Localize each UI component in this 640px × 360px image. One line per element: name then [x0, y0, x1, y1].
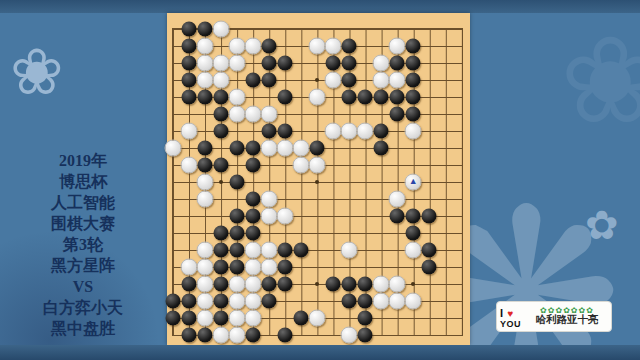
black-stone — [181, 276, 196, 291]
black-stone — [181, 293, 196, 308]
black-stone — [342, 276, 357, 291]
black-stone — [245, 140, 260, 155]
white-stone — [196, 258, 213, 275]
black-stone — [213, 157, 228, 172]
black-stone — [390, 106, 405, 121]
caption-line-2: 博思杯 — [0, 171, 166, 192]
white-stone — [164, 139, 181, 156]
star-point — [315, 78, 319, 82]
black-stone — [181, 89, 196, 104]
caption-line-3: 人工智能 — [0, 192, 166, 213]
black-stone — [261, 123, 276, 138]
black-stone — [197, 89, 212, 104]
white-stone — [196, 54, 213, 71]
black-stone — [406, 89, 421, 104]
black-stone — [277, 242, 292, 257]
star-point — [315, 282, 319, 286]
white-stone — [212, 326, 229, 343]
black-stone — [358, 293, 373, 308]
black-stone — [358, 276, 373, 291]
black-stone — [197, 157, 212, 172]
top-band — [0, 0, 640, 13]
black-stone — [406, 208, 421, 223]
white-stone — [212, 71, 229, 88]
white-stone — [228, 88, 245, 105]
black-stone — [213, 123, 228, 138]
black-stone — [229, 259, 244, 274]
channel-logo: I ♥ YOU ✿✿✿✿✿✿✿ 哈利路亚十亮 — [496, 301, 612, 332]
white-stone — [196, 173, 213, 190]
black-stone — [261, 55, 276, 70]
black-stone — [406, 38, 421, 53]
go-board: ▲ — [167, 13, 470, 345]
black-stone — [213, 259, 228, 274]
logo-i-love-you: I ♥ YOU — [500, 304, 526, 329]
white-stone — [228, 309, 245, 326]
video-frame: ❀ ❀ ❋ ✿ 2019年博思杯人工智能围棋大赛第3轮黑方星阵VS白方弈小天黑中… — [0, 0, 640, 360]
white-stone — [212, 20, 229, 37]
black-stone — [326, 276, 341, 291]
white-stone — [260, 207, 277, 224]
black-stone — [277, 327, 292, 342]
logo-i-text: I — [500, 307, 503, 319]
white-stone — [196, 292, 213, 309]
white-stone — [389, 190, 406, 207]
white-stone — [228, 105, 245, 122]
black-stone — [261, 276, 276, 291]
black-stone — [197, 140, 212, 155]
event-caption: 2019年博思杯人工智能围棋大赛第3轮黑方星阵VS白方弈小天黑中盘胜 — [0, 150, 166, 339]
black-stone — [342, 55, 357, 70]
white-stone — [373, 292, 390, 309]
white-stone — [196, 275, 213, 292]
black-stone — [406, 72, 421, 87]
white-stone — [244, 37, 261, 54]
white-stone — [389, 71, 406, 88]
black-stone — [277, 259, 292, 274]
black-stone — [374, 123, 389, 138]
black-stone — [422, 208, 437, 223]
logo-you-text: YOU — [500, 320, 526, 329]
white-stone — [228, 275, 245, 292]
caption-line-5: 第3轮 — [0, 234, 166, 255]
black-stone — [245, 327, 260, 342]
white-stone — [196, 309, 213, 326]
black-stone — [181, 38, 196, 53]
white-stone — [325, 37, 342, 54]
black-stone — [197, 327, 212, 342]
black-stone — [406, 106, 421, 121]
white-stone — [325, 122, 342, 139]
black-stone — [390, 55, 405, 70]
black-stone — [422, 242, 437, 257]
caption-line-8: 白方弈小天 — [0, 297, 166, 318]
white-stone — [244, 292, 261, 309]
black-stone — [213, 310, 228, 325]
black-stone — [245, 208, 260, 223]
black-stone — [213, 293, 228, 308]
black-stone — [390, 89, 405, 104]
black-stone — [181, 21, 196, 36]
black-stone — [293, 242, 308, 257]
caption-line-7: VS — [0, 276, 166, 297]
white-stone — [196, 37, 213, 54]
black-stone — [277, 276, 292, 291]
black-stone — [229, 225, 244, 240]
star-point — [315, 180, 319, 184]
black-stone — [165, 293, 180, 308]
flower-faint-icon: ❀ — [560, 20, 640, 140]
white-stone — [292, 139, 309, 156]
flower-decoration-icon: ❀ — [10, 40, 64, 104]
black-stone — [245, 191, 260, 206]
white-stone — [228, 37, 245, 54]
black-stone — [342, 293, 357, 308]
black-stone — [277, 89, 292, 104]
white-stone — [325, 71, 342, 88]
black-stone — [342, 72, 357, 87]
black-stone — [165, 310, 180, 325]
black-stone — [277, 123, 292, 138]
black-stone — [358, 89, 373, 104]
black-stone — [181, 55, 196, 70]
white-stone — [228, 292, 245, 309]
white-stone — [373, 71, 390, 88]
white-stone — [244, 105, 261, 122]
black-stone — [342, 38, 357, 53]
logo-channel-name: 哈利路亚十亮 — [526, 315, 608, 326]
black-stone — [374, 140, 389, 155]
black-stone — [245, 72, 260, 87]
black-stone — [245, 157, 260, 172]
white-stone — [260, 105, 277, 122]
white-stone — [196, 190, 213, 207]
white-stone — [244, 258, 261, 275]
white-stone — [180, 156, 197, 173]
white-stone — [228, 54, 245, 71]
black-stone — [422, 259, 437, 274]
white-stone — [405, 122, 422, 139]
caption-line-4: 围棋大赛 — [0, 213, 166, 234]
white-stone — [260, 190, 277, 207]
white-stone — [357, 122, 374, 139]
black-stone — [245, 225, 260, 240]
black-stone — [326, 55, 341, 70]
white-stone — [309, 156, 326, 173]
black-stone — [213, 242, 228, 257]
white-stone — [196, 71, 213, 88]
black-stone — [406, 55, 421, 70]
black-stone — [197, 21, 212, 36]
black-stone — [213, 225, 228, 240]
white-stone — [276, 207, 293, 224]
white-stone — [309, 37, 326, 54]
white-stone — [389, 37, 406, 54]
black-stone — [277, 55, 292, 70]
black-stone — [358, 310, 373, 325]
black-stone — [229, 208, 244, 223]
caption-line-9: 黑中盘胜 — [0, 318, 166, 339]
caption-line-1: 2019年 — [0, 150, 166, 171]
black-stone — [374, 89, 389, 104]
white-stone — [180, 122, 197, 139]
white-stone — [389, 292, 406, 309]
black-stone — [261, 293, 276, 308]
star-point — [411, 282, 415, 286]
black-stone — [261, 38, 276, 53]
white-stone — [341, 122, 358, 139]
black-stone — [229, 242, 244, 257]
white-stone — [309, 88, 326, 105]
white-stone — [373, 275, 390, 292]
bottom-band — [0, 345, 640, 360]
white-stone — [309, 309, 326, 326]
white-stone — [228, 326, 245, 343]
black-stone — [213, 106, 228, 121]
white-stone — [244, 275, 261, 292]
white-stone — [260, 241, 277, 258]
black-stone — [181, 72, 196, 87]
white-stone — [373, 54, 390, 71]
white-stone — [341, 326, 358, 343]
black-stone — [406, 225, 421, 240]
white-stone — [212, 54, 229, 71]
black-stone — [293, 310, 308, 325]
white-stone — [276, 139, 293, 156]
black-stone — [213, 89, 228, 104]
white-stone — [341, 241, 358, 258]
star-point — [219, 180, 223, 184]
heart-icon: ♥ — [508, 308, 514, 319]
white-stone — [244, 309, 261, 326]
flower-small-icon: ✿ — [585, 205, 619, 245]
black-stone — [310, 140, 325, 155]
white-stone — [180, 258, 197, 275]
caption-line-6: 黑方星阵 — [0, 255, 166, 276]
white-stone — [405, 292, 422, 309]
black-stone — [390, 208, 405, 223]
white-stone — [389, 275, 406, 292]
white-stone — [405, 173, 422, 190]
black-stone — [213, 276, 228, 291]
white-stone — [260, 139, 277, 156]
white-stone — [244, 241, 261, 258]
white-stone — [405, 241, 422, 258]
black-stone — [181, 327, 196, 342]
white-stone — [260, 258, 277, 275]
black-stone — [229, 140, 244, 155]
black-stone — [261, 72, 276, 87]
black-stone — [229, 174, 244, 189]
black-stone — [342, 89, 357, 104]
black-stone — [181, 310, 196, 325]
white-stone — [196, 241, 213, 258]
black-stone — [358, 327, 373, 342]
white-stone — [292, 156, 309, 173]
